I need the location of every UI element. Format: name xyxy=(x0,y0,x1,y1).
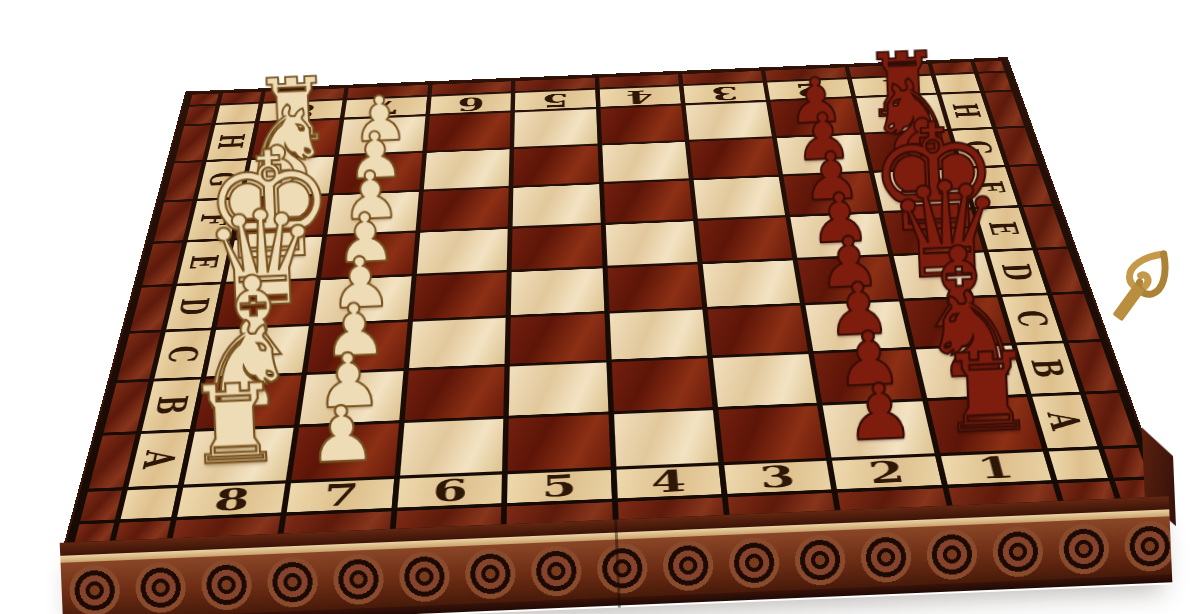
rim-cell xyxy=(1058,481,1115,501)
rim-cell xyxy=(515,78,595,91)
square-d1: ♛ xyxy=(893,252,996,299)
square-d6 xyxy=(413,272,507,319)
board-surface: 87654321H♜♟♟♜HG♞♟♟♞GF♝♟♟♝FE♚♟♟♚ED♛♟♟♛DC♝… xyxy=(65,58,1165,547)
rim-cell xyxy=(75,523,114,542)
rank-label-back-5: 5 xyxy=(515,90,596,111)
file-label: B xyxy=(1024,358,1071,378)
rank-label-back-8: 8 xyxy=(260,100,343,121)
file-label: C xyxy=(1010,310,1055,328)
square-f5 xyxy=(513,184,601,226)
square-f7: ♟ xyxy=(328,192,419,234)
square-d8: ♛ xyxy=(217,280,316,327)
chess-set-photo: 87654321H♜♟♟♜HG♞♟♟♞GF♝♟♟♝FE♚♟♟♚ED♛♟♟♛DC♝… xyxy=(0,0,1200,614)
square-g4 xyxy=(602,142,689,182)
rank-label: 1 xyxy=(878,77,910,95)
rim-cell xyxy=(154,201,193,241)
rank-label: 4 xyxy=(650,467,687,497)
rank-label-front-8: 8 xyxy=(177,484,286,517)
square-g5 xyxy=(514,146,599,186)
brass-clasp-icon xyxy=(1106,240,1172,336)
square-h3 xyxy=(686,102,773,140)
rim-cell xyxy=(765,67,846,80)
rank-label: 6 xyxy=(457,94,485,113)
rank-label-front-6: 6 xyxy=(397,474,502,507)
square-g3 xyxy=(689,138,778,178)
rim-cell xyxy=(1010,166,1052,205)
rank-label-back-7: 7 xyxy=(345,97,427,118)
file-label-left-E: E xyxy=(177,240,230,283)
square-h8: ♜ xyxy=(252,120,340,158)
file-label-left-D: D xyxy=(166,284,220,330)
file-label: D xyxy=(172,297,214,316)
rank-label: 5 xyxy=(542,471,577,501)
rank-label-back-3: 3 xyxy=(683,83,766,104)
file-label: H xyxy=(947,103,986,119)
rim-cell xyxy=(975,61,1005,72)
rank-label: 8 xyxy=(212,485,252,516)
file-label: E xyxy=(983,220,1025,235)
square-e3 xyxy=(698,217,793,261)
square-b6 xyxy=(404,367,504,420)
file-label-right-G: G xyxy=(952,129,1004,167)
file-label: G xyxy=(203,171,242,187)
rim-cell xyxy=(103,382,148,433)
rim-cell xyxy=(185,106,216,125)
square-e7: ♟ xyxy=(321,233,415,278)
file-label: G xyxy=(958,140,998,155)
rim-cell xyxy=(932,62,974,73)
file-label: C xyxy=(161,345,205,363)
rank-label: 2 xyxy=(866,458,907,488)
square-a7: ♟ xyxy=(292,423,399,480)
square-f1: ♝ xyxy=(874,169,971,211)
square-f3 xyxy=(694,177,786,219)
rim-cell xyxy=(1104,448,1148,478)
square-f2: ♟ xyxy=(784,173,878,215)
rim-cell xyxy=(979,73,1012,91)
square-e1: ♚ xyxy=(883,209,983,253)
rim-cell xyxy=(849,64,931,77)
square-h5 xyxy=(514,109,597,147)
coord-corner-cell xyxy=(936,74,980,93)
square-b3 xyxy=(713,354,817,407)
coord-corner-cell xyxy=(216,104,259,123)
file-label: D xyxy=(995,263,1039,281)
square-b5 xyxy=(509,363,608,416)
file-label-right-F: F xyxy=(964,167,1018,207)
rank-label-front-4: 4 xyxy=(616,465,722,498)
square-g8: ♞ xyxy=(244,157,335,197)
square-e8: ♚ xyxy=(226,237,322,282)
rim-cell xyxy=(190,94,219,105)
file-label-left-H: H xyxy=(207,123,255,159)
rank-label-front-7: 7 xyxy=(287,479,394,512)
rim-cell xyxy=(682,71,763,84)
file-label-left-G: G xyxy=(198,160,247,198)
file-label-left-A: A xyxy=(128,432,189,487)
rank-label: 3 xyxy=(710,84,740,102)
square-c4 xyxy=(609,310,707,360)
square-h7: ♟ xyxy=(339,116,425,154)
square-g2: ♟ xyxy=(777,135,868,175)
rim-cell xyxy=(117,333,160,381)
coord-corner-cell xyxy=(1049,449,1108,480)
rim-cell xyxy=(985,92,1024,127)
file-label-left-B: B xyxy=(142,380,201,431)
square-c6 xyxy=(409,318,506,368)
square-f8: ♝ xyxy=(235,195,328,237)
rank-label-back-2: 2 xyxy=(767,79,851,100)
camera-tilt-wrapper: 87654321H♜♟♟♜HG♞♟♟♞GF♝♟♟♝FE♚♟♟♚ED♛♟♟♛DC♝… xyxy=(0,0,1200,614)
rim-cell xyxy=(130,286,172,331)
file-label-right-D: D xyxy=(989,250,1047,295)
square-f6 xyxy=(420,188,509,230)
file-label-right-C: C xyxy=(1002,295,1062,342)
rim-cell xyxy=(221,92,262,104)
rim-cell xyxy=(997,128,1037,165)
square-f4 xyxy=(604,180,693,222)
square-c5 xyxy=(510,314,606,364)
square-a6 xyxy=(400,419,504,476)
square-e5 xyxy=(512,225,602,269)
rim-cell xyxy=(1023,206,1066,247)
rank-label: 3 xyxy=(758,462,797,492)
square-b2: ♟ xyxy=(814,350,921,403)
rank-label-front-1: 1 xyxy=(941,452,1052,485)
square-h6 xyxy=(427,113,511,151)
coord-corner-cell xyxy=(121,488,178,519)
square-a5 xyxy=(508,415,610,471)
square-h2: ♟ xyxy=(771,98,860,136)
file-label: F xyxy=(970,180,1010,194)
square-c3 xyxy=(707,306,808,356)
square-e4 xyxy=(605,221,697,265)
file-label: A xyxy=(1040,411,1088,431)
square-e6 xyxy=(417,229,508,274)
square-g6 xyxy=(424,149,510,189)
rank-label: 6 xyxy=(432,476,469,506)
square-b4 xyxy=(611,358,712,411)
rank-label: 4 xyxy=(626,87,654,105)
file-label-left-F: F xyxy=(188,199,239,240)
rank-label-back-4: 4 xyxy=(599,86,680,107)
rim-cell xyxy=(165,162,202,200)
square-b7: ♟ xyxy=(300,371,403,424)
square-c7: ♟ xyxy=(308,322,408,372)
rank-label: 7 xyxy=(322,480,360,510)
rim-cell xyxy=(599,74,679,87)
rim-cell xyxy=(80,490,122,521)
rank-label-front-2: 2 xyxy=(832,456,941,489)
square-d7: ♟ xyxy=(315,276,412,323)
rim-cell xyxy=(89,434,136,488)
square-h1: ♜ xyxy=(856,95,947,133)
square-g1: ♞ xyxy=(865,131,959,171)
rank-label: 5 xyxy=(542,91,569,109)
file-label: F xyxy=(194,212,233,226)
square-b1: ♞ xyxy=(915,346,1025,399)
rank-label-back-1: 1 xyxy=(852,76,937,97)
square-h4 xyxy=(600,106,684,144)
rim-cell xyxy=(264,88,345,101)
file-label-left-C: C xyxy=(154,330,211,378)
square-d5 xyxy=(511,268,604,315)
rank-label: 7 xyxy=(371,98,400,117)
square-d3 xyxy=(703,260,801,307)
rim-cell xyxy=(431,81,511,94)
rim-cell xyxy=(175,125,211,161)
file-label: H xyxy=(212,133,250,149)
file-label: E xyxy=(184,254,225,270)
rim-cell xyxy=(348,85,428,98)
file-label: A xyxy=(136,449,183,469)
square-c8: ♝ xyxy=(206,326,309,376)
rim-cell xyxy=(1038,249,1083,293)
square-e2: ♟ xyxy=(791,213,888,257)
square-a8: ♜ xyxy=(184,428,294,485)
rank-label: 1 xyxy=(974,453,1017,483)
square-c1: ♝ xyxy=(904,297,1011,346)
square-a1: ♜ xyxy=(928,397,1043,453)
square-c2: ♟ xyxy=(806,302,910,352)
file-label: B xyxy=(149,395,194,416)
rank-label: 8 xyxy=(286,101,316,120)
rank-label-front-3: 3 xyxy=(724,461,831,494)
rim-cell xyxy=(142,242,182,284)
square-b8: ♞ xyxy=(195,375,301,428)
rank-label-front-5: 5 xyxy=(507,470,611,503)
file-label-right-H: H xyxy=(941,93,992,129)
file-label-right-A: A xyxy=(1032,395,1097,449)
file-label-right-E: E xyxy=(976,207,1032,249)
square-d2: ♟ xyxy=(798,256,898,303)
file-label-right-B: B xyxy=(1017,344,1080,394)
rank-label: 2 xyxy=(794,80,825,98)
rank-label-back-6: 6 xyxy=(430,93,511,114)
square-a4 xyxy=(614,410,719,466)
square-a3 xyxy=(718,406,826,462)
square-g7: ♟ xyxy=(334,153,422,193)
square-a2: ♟ xyxy=(823,401,934,457)
square-d4 xyxy=(607,264,702,311)
